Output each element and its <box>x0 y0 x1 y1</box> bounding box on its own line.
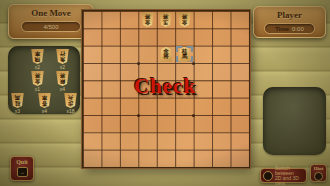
board-cell[interactable] <box>212 46 230 63</box>
hint-button-label: Hint <box>311 166 326 171</box>
board-cell[interactable] <box>101 28 119 45</box>
puzzle-progress-value: 4/500 <box>43 24 58 30</box>
board-cell[interactable] <box>231 11 249 28</box>
time-label: Time <box>275 26 289 32</box>
board-cell[interactable] <box>212 132 230 149</box>
hand-count-rook: x2 <box>31 64 44 70</box>
board-cell[interactable] <box>101 150 119 167</box>
board-cell[interactable] <box>157 98 175 115</box>
shogi-piece-bishop[interactable]: 角行 <box>56 49 69 64</box>
view-toggle-line2: 2D and 3D view <box>275 175 299 186</box>
puzzle-progress: 4/500 <box>21 21 81 32</box>
view-toggle-button[interactable]: Switch between 2D and 3D view <box>260 168 307 183</box>
board-cell[interactable] <box>212 11 230 28</box>
board-cell[interactable] <box>120 132 138 149</box>
board-cell[interactable] <box>231 28 249 45</box>
quit-button-label: Quit <box>11 159 33 165</box>
board-cell[interactable] <box>231 115 249 132</box>
board-cell[interactable] <box>101 98 119 115</box>
hand-count-lance: x4 <box>38 108 51 114</box>
board-cell[interactable] <box>138 115 156 132</box>
board-cell[interactable] <box>120 150 138 167</box>
board-cell[interactable] <box>138 46 156 63</box>
check-banner: Check <box>0 74 330 99</box>
board-cell[interactable] <box>83 150 101 167</box>
board-cell[interactable] <box>120 98 138 115</box>
board-cell[interactable] <box>194 11 212 28</box>
player-name: Player <box>254 10 325 20</box>
board-cell[interactable] <box>194 98 212 115</box>
time-value: 0:00 <box>292 26 304 32</box>
shogi-piece-gold[interactable]: 金将 <box>159 47 172 62</box>
board-cell[interactable] <box>175 132 193 149</box>
board-cell[interactable] <box>101 115 119 132</box>
board-cell[interactable] <box>157 28 175 45</box>
board-cell[interactable] <box>120 46 138 63</box>
player-time: Time 0:00 <box>264 23 315 34</box>
board-cell[interactable] <box>212 28 230 45</box>
board-cell[interactable] <box>101 11 119 28</box>
board-cell[interactable] <box>157 150 175 167</box>
board-cell[interactable] <box>194 132 212 149</box>
hint-icon <box>314 172 323 181</box>
board-cell[interactable] <box>101 46 119 63</box>
board-cell[interactable] <box>120 28 138 45</box>
board-cell[interactable] <box>138 150 156 167</box>
board-cell[interactable] <box>175 115 193 132</box>
opponent-name: One Move <box>9 8 93 18</box>
hint-button[interactable]: Hint <box>310 164 327 182</box>
player-panel: Player Time 0:00 <box>253 6 326 38</box>
board-cell[interactable] <box>83 115 101 132</box>
shogi-piece-knight[interactable]: 桂馬 <box>178 47 191 62</box>
board-cell[interactable] <box>157 115 175 132</box>
board-cell[interactable] <box>194 115 212 132</box>
board-cell[interactable] <box>194 46 212 63</box>
board-cell[interactable] <box>194 28 212 45</box>
shogi-piece-rook[interactable]: 飛車 <box>31 49 44 64</box>
board-cell[interactable] <box>231 150 249 167</box>
board-cell[interactable] <box>231 132 249 149</box>
quit-button[interactable]: Quit → <box>10 156 34 181</box>
board-cell[interactable] <box>83 11 101 28</box>
camera-icon <box>263 171 273 181</box>
board-cell[interactable] <box>138 28 156 45</box>
board-cell[interactable] <box>157 132 175 149</box>
board-cell[interactable] <box>83 132 101 149</box>
board-cell[interactable] <box>138 132 156 149</box>
board-cell[interactable] <box>83 28 101 45</box>
board-cell[interactable] <box>101 132 119 149</box>
board-cell[interactable] <box>120 115 138 132</box>
game-screen: One Move 4/500 Player Time 0:00 飛車x2角行x2… <box>0 0 330 186</box>
hand-count-bishop: x2 <box>56 64 69 70</box>
board-cell[interactable] <box>175 98 193 115</box>
board-cell[interactable] <box>231 98 249 115</box>
board-cell[interactable] <box>231 46 249 63</box>
exit-icon: → <box>17 167 28 177</box>
board-cell[interactable] <box>212 150 230 167</box>
board-cell[interactable] <box>175 28 193 45</box>
board-cell[interactable] <box>194 150 212 167</box>
hand-count-knight: x3 <box>11 108 24 114</box>
board-cell[interactable] <box>138 98 156 115</box>
hand-count-pawn: x18 <box>64 108 77 114</box>
board-cell[interactable] <box>83 98 101 115</box>
board-cell[interactable] <box>212 115 230 132</box>
board-cell[interactable] <box>212 98 230 115</box>
board-cell[interactable] <box>175 150 193 167</box>
board-cell[interactable] <box>83 46 101 63</box>
board-cell[interactable] <box>120 11 138 28</box>
